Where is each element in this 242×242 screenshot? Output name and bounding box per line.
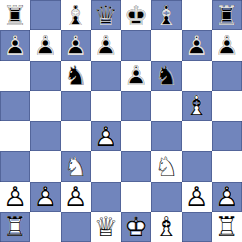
square-b6[interactable] (30, 61, 60, 91)
white-rook-outline: ♖ (212, 212, 242, 242)
white-pawn-outline: ♙ (61, 182, 91, 212)
square-d4[interactable]: ♟♙ (91, 121, 121, 151)
square-f8[interactable]: ♝♗ (151, 0, 181, 30)
square-d8[interactable]: ♛♕ (91, 0, 121, 30)
white-queen[interactable]: ♛♕ (91, 212, 121, 242)
black-rook-outline: ♖ (0, 0, 30, 30)
square-f4[interactable] (151, 121, 181, 151)
white-pawn-fill: ♟ (212, 182, 242, 212)
black-pawn[interactable]: ♟♙ (212, 30, 242, 60)
square-a6[interactable] (0, 61, 30, 91)
black-knight-outline: ♘ (151, 61, 181, 91)
black-pawn-outline: ♙ (0, 30, 30, 60)
square-e2[interactable] (121, 182, 151, 212)
black-pawn[interactable]: ♟♙ (61, 30, 91, 60)
square-e7[interactable] (121, 30, 151, 60)
black-queen-outline: ♕ (91, 0, 121, 30)
white-queen-fill: ♛ (91, 212, 121, 242)
white-bishop-outline: ♗ (151, 212, 181, 242)
white-bishop[interactable]: ♝♗ (182, 91, 212, 121)
square-f3[interactable]: ♞♘ (151, 151, 181, 181)
square-f7[interactable] (151, 30, 181, 60)
chess-board: ♜♖♝♗♛♕♚♔♝♗♜♖♟♙♟♙♟♙♟♙♟♙♟♙♞♘♟♙♞♘♝♗♟♙♞♘♞♘♟♙… (0, 0, 242, 242)
square-d1[interactable]: ♛♕ (91, 212, 121, 242)
black-pawn-outline: ♙ (91, 30, 121, 60)
square-h8[interactable]: ♜♖ (212, 0, 242, 30)
black-bishop-fill: ♝ (151, 0, 181, 30)
white-bishop[interactable]: ♝♗ (151, 212, 181, 242)
white-rook-fill: ♜ (212, 212, 242, 242)
square-g6[interactable] (182, 61, 212, 91)
square-e3[interactable] (121, 151, 151, 181)
black-bishop[interactable]: ♝♗ (61, 0, 91, 30)
white-pawn-fill: ♟ (30, 182, 60, 212)
square-c4[interactable] (61, 121, 91, 151)
black-pawn-outline: ♙ (212, 30, 242, 60)
black-pawn-outline: ♙ (30, 30, 60, 60)
black-rook-fill: ♜ (0, 0, 30, 30)
black-pawn-fill: ♟ (61, 30, 91, 60)
white-pawn-fill: ♟ (91, 121, 121, 151)
black-knight-fill: ♞ (151, 61, 181, 91)
white-king-outline: ♔ (121, 212, 151, 242)
square-e4[interactable] (121, 121, 151, 151)
square-e6[interactable]: ♟♙ (121, 61, 151, 91)
white-bishop-fill: ♝ (151, 212, 181, 242)
black-rook-fill: ♜ (212, 0, 242, 30)
square-b1[interactable] (30, 212, 60, 242)
white-bishop-outline: ♗ (182, 91, 212, 121)
black-king-outline: ♔ (121, 0, 151, 30)
black-pawn-fill: ♟ (212, 30, 242, 60)
black-pawn-outline: ♙ (182, 30, 212, 60)
square-c2[interactable]: ♟♙ (61, 182, 91, 212)
square-a4[interactable] (0, 121, 30, 151)
white-pawn[interactable]: ♟♙ (30, 182, 60, 212)
square-c8[interactable]: ♝♗ (61, 0, 91, 30)
square-h7[interactable]: ♟♙ (212, 30, 242, 60)
black-king[interactable]: ♚♔ (121, 0, 151, 30)
square-g3[interactable] (182, 151, 212, 181)
black-pawn[interactable]: ♟♙ (30, 30, 60, 60)
white-king[interactable]: ♚♔ (121, 212, 151, 242)
square-d7[interactable]: ♟♙ (91, 30, 121, 60)
square-f5[interactable] (151, 91, 181, 121)
white-knight-fill: ♞ (61, 151, 91, 181)
black-queen-fill: ♛ (91, 0, 121, 30)
square-a7[interactable]: ♟♙ (0, 30, 30, 60)
black-knight-outline: ♘ (61, 61, 91, 91)
white-bishop-fill: ♝ (182, 91, 212, 121)
black-rook[interactable]: ♜♖ (0, 0, 30, 30)
square-d5[interactable] (91, 91, 121, 121)
white-king-fill: ♚ (121, 212, 151, 242)
white-knight[interactable]: ♞♘ (61, 151, 91, 181)
square-c3[interactable]: ♞♘ (61, 151, 91, 181)
square-a8[interactable]: ♜♖ (0, 0, 30, 30)
square-b2[interactable]: ♟♙ (30, 182, 60, 212)
white-pawn-fill: ♟ (61, 182, 91, 212)
white-rook[interactable]: ♜♖ (0, 212, 30, 242)
white-rook-fill: ♜ (0, 212, 30, 242)
square-d3[interactable] (91, 151, 121, 181)
square-g5[interactable]: ♝♗ (182, 91, 212, 121)
black-pawn-outline: ♙ (121, 61, 151, 91)
black-knight[interactable]: ♞♘ (151, 61, 181, 91)
black-knight-fill: ♞ (61, 61, 91, 91)
white-pawn-fill: ♟ (0, 182, 30, 212)
black-pawn-fill: ♟ (182, 30, 212, 60)
square-b3[interactable] (30, 151, 60, 181)
white-knight[interactable]: ♞♘ (151, 151, 181, 181)
square-c7[interactable]: ♟♙ (61, 30, 91, 60)
square-d2[interactable] (91, 182, 121, 212)
black-pawn[interactable]: ♟♙ (91, 30, 121, 60)
square-c1[interactable] (61, 212, 91, 242)
white-pawn[interactable]: ♟♙ (0, 182, 30, 212)
white-knight-fill: ♞ (151, 151, 181, 181)
black-pawn-fill: ♟ (0, 30, 30, 60)
white-pawn-outline: ♙ (91, 121, 121, 151)
white-rook-outline: ♖ (0, 212, 30, 242)
white-queen-outline: ♕ (91, 212, 121, 242)
square-a2[interactable]: ♟♙ (0, 182, 30, 212)
square-b5[interactable] (30, 91, 60, 121)
black-queen[interactable]: ♛♕ (91, 0, 121, 30)
white-pawn[interactable]: ♟♙ (61, 182, 91, 212)
square-f2[interactable] (151, 182, 181, 212)
square-h4[interactable] (212, 121, 242, 151)
square-a5[interactable] (0, 91, 30, 121)
square-h3[interactable] (212, 151, 242, 181)
square-b8[interactable] (30, 0, 60, 30)
square-h6[interactable] (212, 61, 242, 91)
white-pawn-outline: ♙ (182, 182, 212, 212)
square-f1[interactable]: ♝♗ (151, 212, 181, 242)
white-pawn[interactable]: ♟♙ (91, 121, 121, 151)
white-pawn-outline: ♙ (0, 182, 30, 212)
square-a1[interactable]: ♜♖ (0, 212, 30, 242)
square-h1[interactable]: ♜♖ (212, 212, 242, 242)
white-knight-outline: ♘ (151, 151, 181, 181)
white-pawn[interactable]: ♟♙ (182, 182, 212, 212)
black-king-fill: ♚ (121, 0, 151, 30)
square-g7[interactable]: ♟♙ (182, 30, 212, 60)
black-rook-outline: ♖ (212, 0, 242, 30)
black-rook[interactable]: ♜♖ (212, 0, 242, 30)
square-e5[interactable] (121, 91, 151, 121)
square-h5[interactable] (212, 91, 242, 121)
black-pawn-fill: ♟ (91, 30, 121, 60)
black-bishop[interactable]: ♝♗ (151, 0, 181, 30)
white-pawn[interactable]: ♟♙ (212, 182, 242, 212)
black-bishop-fill: ♝ (61, 0, 91, 30)
square-a3[interactable] (0, 151, 30, 181)
square-e1[interactable]: ♚♔ (121, 212, 151, 242)
black-bishop-outline: ♗ (61, 0, 91, 30)
square-d6[interactable] (91, 61, 121, 91)
square-g8[interactable] (182, 0, 212, 30)
square-f6[interactable]: ♞♘ (151, 61, 181, 91)
black-pawn[interactable]: ♟♙ (0, 30, 30, 60)
white-rook[interactable]: ♜♖ (212, 212, 242, 242)
square-b7[interactable]: ♟♙ (30, 30, 60, 60)
black-pawn-fill: ♟ (121, 61, 151, 91)
black-pawn-fill: ♟ (30, 30, 60, 60)
square-b4[interactable] (30, 121, 60, 151)
square-g2[interactable]: ♟♙ (182, 182, 212, 212)
square-g4[interactable] (182, 121, 212, 151)
black-knight[interactable]: ♞♘ (61, 61, 91, 91)
black-bishop-outline: ♗ (151, 0, 181, 30)
white-pawn-outline: ♙ (212, 182, 242, 212)
square-c5[interactable] (61, 91, 91, 121)
white-knight-outline: ♘ (61, 151, 91, 181)
square-e8[interactable]: ♚♔ (121, 0, 151, 30)
square-h2[interactable]: ♟♙ (212, 182, 242, 212)
square-c6[interactable]: ♞♘ (61, 61, 91, 91)
black-pawn[interactable]: ♟♙ (121, 61, 151, 91)
black-pawn-outline: ♙ (61, 30, 91, 60)
black-pawn[interactable]: ♟♙ (182, 30, 212, 60)
square-g1[interactable] (182, 212, 212, 242)
white-pawn-fill: ♟ (182, 182, 212, 212)
white-pawn-outline: ♙ (30, 182, 60, 212)
